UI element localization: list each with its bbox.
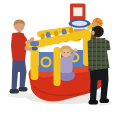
girl-eye-left <box>64 52 65 53</box>
product-photo <box>0 0 119 119</box>
girl-hand <box>74 48 78 52</box>
backboard-white-panel <box>73 8 82 17</box>
pillar-top-cap-blue <box>30 41 39 46</box>
pillar-front-center <box>54 47 61 86</box>
boy-right-face-sliver <box>92 31 95 35</box>
boy-right-hand <box>93 22 97 26</box>
boy-left-hand-upper <box>31 37 35 41</box>
boy-left-shoe-back <box>10 89 20 94</box>
pillar-handle-blue <box>31 46 37 50</box>
boy-left-hand-lower <box>28 47 32 51</box>
boy-left-shoe-front <box>19 87 28 92</box>
boy-right-shoe-right <box>100 99 110 104</box>
hoop-rim-inner <box>72 21 88 26</box>
girl-hair-right <box>69 49 73 53</box>
girl-eye-right <box>67 52 68 53</box>
scene-canvas <box>0 0 119 119</box>
boy-right-shoe-left <box>89 100 99 105</box>
girl-torso <box>60 57 73 73</box>
